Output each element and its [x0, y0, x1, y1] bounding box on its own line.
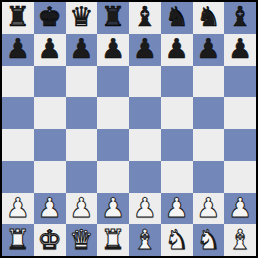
- piece-white-bishop[interactable]: ♝: [228, 226, 252, 253]
- chess-board: ♜♚♛♜♝♞♞♝♟♟♟♟♟♟♟♟♟♟♟♟♟♟♟♟♜♚♛♜♝♞♞♝: [0, 0, 258, 258]
- square-g8[interactable]: ♞: [193, 2, 225, 34]
- piece-white-pawn[interactable]: ♟: [101, 194, 125, 221]
- square-a6[interactable]: [2, 66, 34, 98]
- piece-black-bishop[interactable]: ♝: [228, 3, 252, 30]
- piece-black-pawn[interactable]: ♟: [101, 35, 125, 62]
- square-a8[interactable]: ♜: [2, 2, 34, 34]
- square-f4[interactable]: [161, 129, 193, 161]
- square-g7[interactable]: ♟: [193, 34, 225, 66]
- square-d5[interactable]: [97, 97, 129, 129]
- square-c7[interactable]: ♟: [66, 34, 98, 66]
- square-d7[interactable]: ♟: [97, 34, 129, 66]
- square-e4[interactable]: [129, 129, 161, 161]
- square-d3[interactable]: [97, 161, 129, 193]
- square-a4[interactable]: [2, 129, 34, 161]
- piece-black-pawn[interactable]: ♟: [228, 35, 252, 62]
- piece-white-bishop[interactable]: ♝: [133, 226, 157, 253]
- square-g6[interactable]: [193, 66, 225, 98]
- piece-black-pawn[interactable]: ♟: [133, 35, 157, 62]
- square-e1[interactable]: ♝: [129, 224, 161, 256]
- square-b5[interactable]: [34, 97, 66, 129]
- square-h6[interactable]: [224, 66, 256, 98]
- square-c2[interactable]: ♟: [66, 193, 98, 225]
- piece-black-king[interactable]: ♚: [38, 3, 62, 30]
- square-b3[interactable]: [34, 161, 66, 193]
- square-e7[interactable]: ♟: [129, 34, 161, 66]
- piece-white-pawn[interactable]: ♟: [165, 194, 189, 221]
- square-f7[interactable]: ♟: [161, 34, 193, 66]
- square-c3[interactable]: [66, 161, 98, 193]
- square-a1[interactable]: ♜: [2, 224, 34, 256]
- square-d6[interactable]: [97, 66, 129, 98]
- square-h4[interactable]: [224, 129, 256, 161]
- square-a5[interactable]: [2, 97, 34, 129]
- square-d1[interactable]: ♜: [97, 224, 129, 256]
- piece-black-queen[interactable]: ♛: [69, 3, 93, 30]
- square-b6[interactable]: [34, 66, 66, 98]
- square-a2[interactable]: ♟: [2, 193, 34, 225]
- chess-board-window: ♜♚♛♜♝♞♞♝♟♟♟♟♟♟♟♟♟♟♟♟♟♟♟♟♜♚♛♜♝♞♞♝: [0, 0, 258, 258]
- square-h5[interactable]: [224, 97, 256, 129]
- square-c1[interactable]: ♛: [66, 224, 98, 256]
- piece-white-pawn[interactable]: ♟: [228, 194, 252, 221]
- piece-black-pawn[interactable]: ♟: [6, 35, 30, 62]
- square-e8[interactable]: ♝: [129, 2, 161, 34]
- square-b1[interactable]: ♚: [34, 224, 66, 256]
- square-e2[interactable]: ♟: [129, 193, 161, 225]
- piece-black-bishop[interactable]: ♝: [133, 3, 157, 30]
- piece-white-pawn[interactable]: ♟: [196, 194, 220, 221]
- piece-black-pawn[interactable]: ♟: [196, 35, 220, 62]
- piece-black-rook[interactable]: ♜: [101, 3, 125, 30]
- square-h7[interactable]: ♟: [224, 34, 256, 66]
- piece-black-knight[interactable]: ♞: [196, 3, 220, 30]
- piece-black-rook[interactable]: ♜: [6, 3, 30, 30]
- piece-white-king[interactable]: ♚: [38, 226, 62, 253]
- square-f6[interactable]: [161, 66, 193, 98]
- square-g2[interactable]: ♟: [193, 193, 225, 225]
- square-a3[interactable]: [2, 161, 34, 193]
- square-h8[interactable]: ♝: [224, 2, 256, 34]
- square-c8[interactable]: ♛: [66, 2, 98, 34]
- square-d4[interactable]: [97, 129, 129, 161]
- square-h2[interactable]: ♟: [224, 193, 256, 225]
- square-f8[interactable]: ♞: [161, 2, 193, 34]
- square-f1[interactable]: ♞: [161, 224, 193, 256]
- square-h3[interactable]: [224, 161, 256, 193]
- square-c6[interactable]: [66, 66, 98, 98]
- square-b4[interactable]: [34, 129, 66, 161]
- piece-white-rook[interactable]: ♜: [6, 226, 30, 253]
- piece-white-knight[interactable]: ♞: [165, 226, 189, 253]
- piece-black-knight[interactable]: ♞: [165, 3, 189, 30]
- piece-white-queen[interactable]: ♛: [69, 226, 93, 253]
- square-a7[interactable]: ♟: [2, 34, 34, 66]
- square-h1[interactable]: ♝: [224, 224, 256, 256]
- square-d2[interactable]: ♟: [97, 193, 129, 225]
- piece-white-rook[interactable]: ♜: [101, 226, 125, 253]
- piece-black-pawn[interactable]: ♟: [165, 35, 189, 62]
- piece-white-pawn[interactable]: ♟: [6, 194, 30, 221]
- square-b2[interactable]: ♟: [34, 193, 66, 225]
- square-f5[interactable]: [161, 97, 193, 129]
- square-f3[interactable]: [161, 161, 193, 193]
- piece-black-pawn[interactable]: ♟: [38, 35, 62, 62]
- square-e3[interactable]: [129, 161, 161, 193]
- square-d8[interactable]: ♜: [97, 2, 129, 34]
- piece-white-pawn[interactable]: ♟: [38, 194, 62, 221]
- square-g5[interactable]: [193, 97, 225, 129]
- square-e5[interactable]: [129, 97, 161, 129]
- square-b8[interactable]: ♚: [34, 2, 66, 34]
- square-c4[interactable]: [66, 129, 98, 161]
- square-g4[interactable]: [193, 129, 225, 161]
- square-b7[interactable]: ♟: [34, 34, 66, 66]
- piece-white-knight[interactable]: ♞: [196, 226, 220, 253]
- piece-white-pawn[interactable]: ♟: [69, 194, 93, 221]
- square-c5[interactable]: [66, 97, 98, 129]
- piece-black-pawn[interactable]: ♟: [69, 35, 93, 62]
- square-e6[interactable]: [129, 66, 161, 98]
- square-f2[interactable]: ♟: [161, 193, 193, 225]
- square-g1[interactable]: ♞: [193, 224, 225, 256]
- square-g3[interactable]: [193, 161, 225, 193]
- piece-white-pawn[interactable]: ♟: [133, 194, 157, 221]
